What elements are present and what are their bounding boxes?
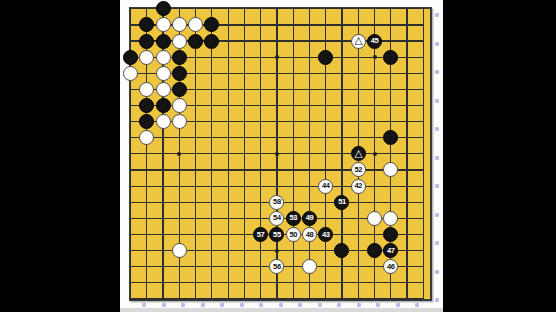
- board-cell: [204, 49, 220, 65]
- board-cell: [187, 146, 203, 162]
- board-cell: [383, 114, 399, 130]
- board-cell: [187, 49, 203, 65]
- white-stone-move-46: 46: [383, 259, 398, 274]
- board-cell: [285, 81, 301, 97]
- board-cell: [204, 130, 220, 146]
- board-cell: [220, 130, 236, 146]
- black-stone: [123, 50, 138, 65]
- board-cell: [285, 65, 301, 81]
- board-cell: [122, 114, 138, 130]
- board-cell: [155, 65, 171, 81]
- board-cell: [171, 65, 187, 81]
- board-cell: [318, 275, 334, 291]
- board-cell: [318, 81, 334, 97]
- board-cell: [399, 194, 415, 210]
- board-cell: [187, 130, 203, 146]
- board-cell: [415, 114, 431, 130]
- white-stone: [156, 66, 171, 81]
- board-cell: [285, 114, 301, 130]
- board-cell: 54: [269, 210, 285, 226]
- board-cell: [399, 275, 415, 291]
- board-cell: 52: [350, 162, 366, 178]
- white-stone-move-48: 48: [302, 227, 317, 242]
- board-cell: [122, 210, 138, 226]
- board-cell: [334, 226, 350, 242]
- ruler-tick: [415, 303, 419, 307]
- board-cell: [253, 33, 269, 49]
- board-cell: [204, 259, 220, 275]
- board-cell: [155, 162, 171, 178]
- board-cell: [171, 17, 187, 33]
- board-cell: [122, 259, 138, 275]
- board-cell: [366, 178, 382, 194]
- board-cell: [187, 81, 203, 97]
- board-cell: [220, 1, 236, 17]
- ruler-tick: [220, 303, 224, 307]
- board-cell: [301, 65, 317, 81]
- board-cell: [236, 146, 252, 162]
- board-cell: [155, 210, 171, 226]
- board-cell: [383, 178, 399, 194]
- board-cell: [334, 114, 350, 130]
- ruler-tick: [240, 303, 244, 307]
- board-cell: [399, 33, 415, 49]
- ruler-tick: [435, 184, 439, 188]
- board-cell: [383, 1, 399, 17]
- board-cell: [399, 178, 415, 194]
- ruler-tick: [435, 298, 439, 302]
- black-stone: [204, 34, 219, 49]
- board-cell: [187, 259, 203, 275]
- white-stone: [139, 50, 154, 65]
- board-cell: [187, 97, 203, 113]
- board-cell: [350, 259, 366, 275]
- board-cell: [334, 210, 350, 226]
- board-cell: [285, 33, 301, 49]
- white-stone: [367, 211, 382, 226]
- black-stone-move-49: 49: [302, 211, 317, 226]
- board-cell: 45: [366, 33, 382, 49]
- board-cell: [415, 275, 431, 291]
- board-cell: [415, 81, 431, 97]
- board-cell: [366, 114, 382, 130]
- board-cell: [155, 97, 171, 113]
- board-cell: [285, 130, 301, 146]
- board-cell: [383, 33, 399, 49]
- board-cell: [366, 226, 382, 242]
- board-cell: [122, 97, 138, 113]
- board-cell: [301, 146, 317, 162]
- board-cell: [383, 65, 399, 81]
- board-cell: [187, 242, 203, 258]
- ruler-tick: [279, 303, 283, 307]
- board-cell: [285, 97, 301, 113]
- white-stone-move-42: 42: [351, 179, 366, 194]
- black-stone: [188, 34, 203, 49]
- board-cell: [187, 1, 203, 17]
- board-cell: [139, 226, 155, 242]
- board-cell: [220, 226, 236, 242]
- ruler-tick: [357, 303, 361, 307]
- board-cell: [269, 97, 285, 113]
- board-cell: [122, 146, 138, 162]
- board-cell: [399, 146, 415, 162]
- board-cell: [171, 178, 187, 194]
- white-stone: [172, 34, 187, 49]
- board-cell: [269, 275, 285, 291]
- board-cell: [155, 17, 171, 33]
- board-cell: [204, 275, 220, 291]
- board-cell: [236, 81, 252, 97]
- board-cell: [220, 178, 236, 194]
- black-stone: [139, 98, 154, 113]
- board-cell: [122, 194, 138, 210]
- ruler-tick: [435, 99, 439, 103]
- board-cell: [171, 242, 187, 258]
- screenshot-canvas: △45△52444258515453495755504843475646: [0, 0, 556, 312]
- board-cell: [155, 275, 171, 291]
- board-cell: [383, 146, 399, 162]
- board-cell: [301, 162, 317, 178]
- white-stone-move-56: 56: [269, 259, 284, 274]
- board-cell: [350, 242, 366, 258]
- board-cell: [236, 178, 252, 194]
- board-cell: [301, 130, 317, 146]
- board-cell: [350, 97, 366, 113]
- board-cell: [366, 194, 382, 210]
- board-cell: 55: [269, 226, 285, 242]
- board-cell: [269, 242, 285, 258]
- board-cell: [253, 65, 269, 81]
- board-cell: [366, 97, 382, 113]
- board-cell: [236, 275, 252, 291]
- board-cell: [187, 33, 203, 49]
- board-cell: [204, 162, 220, 178]
- board-cell: [236, 17, 252, 33]
- board-cell: [269, 130, 285, 146]
- board-cell: [171, 33, 187, 49]
- board-cell: [220, 65, 236, 81]
- board-cell: [399, 97, 415, 113]
- board-cell: [253, 178, 269, 194]
- board-cell: [139, 130, 155, 146]
- black-stone: [139, 34, 154, 49]
- board-cell: [415, 17, 431, 33]
- board-cell: [204, 65, 220, 81]
- white-stone: [188, 17, 203, 32]
- board-cell: [220, 49, 236, 65]
- board-cell: [383, 97, 399, 113]
- board-cell: [220, 81, 236, 97]
- ruler-tick: [298, 303, 302, 307]
- white-stone: [302, 259, 317, 274]
- board-cell: [269, 17, 285, 33]
- black-stone: [139, 17, 154, 32]
- board-cell: [253, 162, 269, 178]
- board-cell: [318, 97, 334, 113]
- board-cell: [204, 210, 220, 226]
- white-stone-move-52: 52: [351, 162, 366, 177]
- board-cell: [301, 178, 317, 194]
- board-cell: [220, 146, 236, 162]
- board-cell: [334, 33, 350, 49]
- board-cell: [139, 210, 155, 226]
- board-cell: [171, 130, 187, 146]
- ruler-tick: [396, 303, 400, 307]
- board-cell: [366, 291, 382, 307]
- board-cell: [301, 114, 317, 130]
- board-cell: △: [350, 33, 366, 49]
- board-cell: [220, 33, 236, 49]
- board-cell: [383, 130, 399, 146]
- ruler-tick: [435, 213, 439, 217]
- board-cell: [366, 210, 382, 226]
- board-cell: [350, 210, 366, 226]
- board-cell: [122, 130, 138, 146]
- board-cell: [383, 49, 399, 65]
- board-cell: [155, 1, 171, 17]
- board-cell: [139, 1, 155, 17]
- board-cell: [318, 114, 334, 130]
- board-cell: [415, 242, 431, 258]
- board-cell: [301, 242, 317, 258]
- board-cell: [155, 146, 171, 162]
- board-cell: [318, 65, 334, 81]
- board-cell: [122, 65, 138, 81]
- ruler-tick: [337, 303, 341, 307]
- board-cell: [269, 291, 285, 307]
- board-cell: 42: [350, 178, 366, 194]
- board-cell: [155, 81, 171, 97]
- board-cell: [253, 49, 269, 65]
- board-cell: [399, 130, 415, 146]
- board-cell: [139, 65, 155, 81]
- triangle-mark: △: [354, 146, 362, 161]
- board-cell: [236, 130, 252, 146]
- board-cell: [171, 97, 187, 113]
- board-cell: [415, 178, 431, 194]
- white-stone: [123, 66, 138, 81]
- board-cell: [253, 275, 269, 291]
- board-cell: [220, 97, 236, 113]
- black-stone-move-55: 55: [269, 227, 284, 242]
- board-cell: 58: [269, 194, 285, 210]
- ruler-tick: [259, 303, 263, 307]
- board-cell: [155, 226, 171, 242]
- board-cell: [253, 130, 269, 146]
- board-cell: 53: [285, 210, 301, 226]
- white-stone-move-44: 44: [318, 179, 333, 194]
- board-cell: [334, 81, 350, 97]
- board-cell: [236, 291, 252, 307]
- board-cell: [155, 242, 171, 258]
- board-cell: [236, 1, 252, 17]
- white-stone: [156, 50, 171, 65]
- board-cell: [253, 210, 269, 226]
- board-cell: [318, 162, 334, 178]
- board-cell: [139, 178, 155, 194]
- board-cell: [350, 114, 366, 130]
- board-cell: [350, 226, 366, 242]
- board-cell: [318, 194, 334, 210]
- black-stone: [156, 1, 171, 16]
- ruler-tick: [435, 70, 439, 74]
- board-cell: [171, 259, 187, 275]
- board-cell: [122, 226, 138, 242]
- board-cell: [122, 81, 138, 97]
- board-cell: [269, 81, 285, 97]
- board-cell: [383, 210, 399, 226]
- board-cell: [171, 114, 187, 130]
- black-stone-move-51: 51: [334, 195, 349, 210]
- board-cell: [366, 259, 382, 275]
- board-cell: [318, 146, 334, 162]
- board-cell: [187, 65, 203, 81]
- board-cell: [269, 33, 285, 49]
- board-cell: 48: [301, 226, 317, 242]
- board-cell: [204, 291, 220, 307]
- board-cell: [301, 17, 317, 33]
- board-cell: [236, 259, 252, 275]
- board-cell: [334, 65, 350, 81]
- ruler-tick: [435, 156, 439, 160]
- page-bottom-strip: [120, 308, 443, 312]
- board-cell: [253, 17, 269, 33]
- board-cell: [122, 1, 138, 17]
- board-cell: [301, 275, 317, 291]
- board-cell: [139, 81, 155, 97]
- board-cell: [318, 259, 334, 275]
- board-cell: [366, 162, 382, 178]
- board-cell: [366, 242, 382, 258]
- board-cell: [139, 114, 155, 130]
- black-stone: [172, 66, 187, 81]
- board-cell: [285, 49, 301, 65]
- board-cell: [415, 1, 431, 17]
- board-cell: [187, 226, 203, 242]
- black-stone: [318, 50, 333, 65]
- board-cell: [285, 162, 301, 178]
- black-stone: [204, 17, 219, 32]
- board-cell: [122, 275, 138, 291]
- board-cell: [253, 97, 269, 113]
- board-cell: [220, 114, 236, 130]
- board-cell: [399, 226, 415, 242]
- white-stone: [172, 243, 187, 258]
- board-cell: 47: [383, 242, 399, 258]
- board-cell: [171, 146, 187, 162]
- board-cell: [204, 194, 220, 210]
- board-cell: [285, 178, 301, 194]
- board-cell: [285, 17, 301, 33]
- board-cell: [236, 162, 252, 178]
- board-cell: [366, 275, 382, 291]
- ruler-tick: [435, 241, 439, 245]
- board-cell: [350, 130, 366, 146]
- board-cell: [187, 275, 203, 291]
- board-cell: [220, 242, 236, 258]
- board-cell: [318, 1, 334, 17]
- board-cell: [155, 49, 171, 65]
- board-cell: [236, 97, 252, 113]
- board-cell: [318, 242, 334, 258]
- triangle-mark: △: [354, 33, 362, 48]
- black-stone: [334, 243, 349, 258]
- ruler-tick: [435, 13, 439, 17]
- board-cell: [399, 1, 415, 17]
- board-cell: [350, 275, 366, 291]
- board-cell: [236, 242, 252, 258]
- black-stone: [367, 243, 382, 258]
- board-cell: [253, 1, 269, 17]
- black-stone: [383, 130, 398, 145]
- board-cell: [334, 17, 350, 33]
- board-cell: [204, 146, 220, 162]
- white-stone: [156, 82, 171, 97]
- board-cell: [334, 242, 350, 258]
- ruler-tick: [162, 303, 166, 307]
- board-cell: [220, 259, 236, 275]
- board-cell: [155, 33, 171, 49]
- board-cell: [171, 49, 187, 65]
- board-cell: [383, 81, 399, 97]
- diagram-page: △45△52444258515453495755504843475646: [120, 0, 443, 312]
- board-cell: [204, 226, 220, 242]
- board-cell: [285, 275, 301, 291]
- black-stone-move-43: 43: [318, 227, 333, 242]
- board-cell: [350, 49, 366, 65]
- board-cell: [334, 130, 350, 146]
- board-cell: [122, 33, 138, 49]
- board-cell: [269, 65, 285, 81]
- white-stone: [383, 162, 398, 177]
- board-cell: [269, 114, 285, 130]
- board-cell: [236, 210, 252, 226]
- board-cell: [366, 49, 382, 65]
- black-stone: [383, 227, 398, 242]
- board-cell: [334, 259, 350, 275]
- board-cell: [269, 178, 285, 194]
- board-cell: [334, 162, 350, 178]
- board-cell: [415, 65, 431, 81]
- board-cell: [383, 226, 399, 242]
- board-cell: [139, 162, 155, 178]
- board-cell: [399, 242, 415, 258]
- black-stone-move-57: 57: [253, 227, 268, 242]
- board-cell: [415, 97, 431, 113]
- board-cell: [399, 259, 415, 275]
- board-cell: [285, 1, 301, 17]
- white-stone: [156, 17, 171, 32]
- board-cell: [139, 17, 155, 33]
- white-stone-move-50: 50: [286, 227, 301, 242]
- board-cell: [301, 33, 317, 49]
- board-cell: [236, 49, 252, 65]
- black-stone-triangle-marked: △: [351, 146, 366, 161]
- black-stone-move-47: 47: [383, 243, 398, 258]
- board-cell: [399, 81, 415, 97]
- board-cell: [139, 259, 155, 275]
- white-stone: [172, 98, 187, 113]
- board-cell: [269, 162, 285, 178]
- board-cell: [350, 1, 366, 17]
- board-cell: [399, 291, 415, 307]
- white-stone: [172, 17, 187, 32]
- board-cell: [301, 194, 317, 210]
- board-cell: △: [350, 146, 366, 162]
- board-cell: [122, 49, 138, 65]
- board-cell: 50: [285, 226, 301, 242]
